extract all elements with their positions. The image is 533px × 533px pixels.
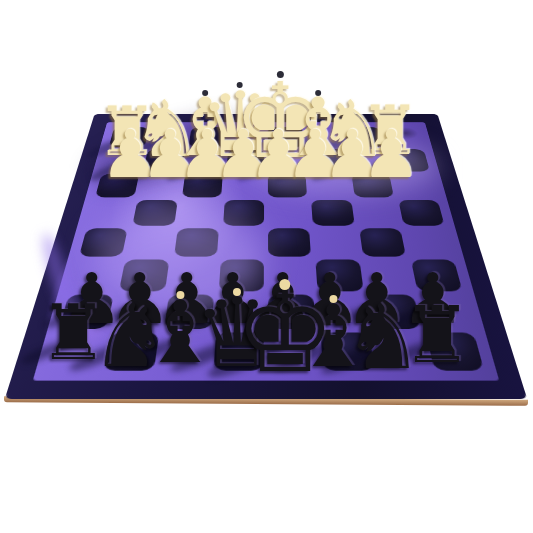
square-f5 [171,227,221,258]
square-d4 [266,198,311,227]
square-a5 [402,227,456,258]
square-g1 [147,126,190,148]
dark-square [109,127,149,147]
square-d3 [266,172,309,198]
square-f3 [179,172,224,198]
board-field [33,122,499,380]
square-g3 [136,172,183,198]
dark-square [188,127,226,147]
dark-square [223,200,264,226]
dark-square [144,149,185,171]
square-b8 [371,331,432,373]
square-g7 [109,293,167,331]
dark-square [344,127,383,147]
finial-dot [202,90,208,96]
square-g5 [124,227,176,258]
square-h2 [100,148,146,172]
square-a3 [390,172,439,198]
dark-square [268,173,307,197]
square-d6 [266,258,316,292]
square-b7 [366,293,424,331]
dark-square [219,260,264,291]
chessboard-photo: ♜♞♝♛♚♝♞♜♟♟♟♟♟♟♟♟♟♟♟♟♟♟♟♟♜♞♝♛♚♝♞♜ [0,0,533,533]
square-e5 [219,227,266,258]
dark-square [411,260,463,291]
square-g6 [117,258,172,292]
square-g8 [100,331,161,373]
chess-board [5,114,528,399]
square-c4 [309,198,356,227]
square-h8 [45,331,109,373]
square-g2 [142,148,187,172]
dark-square [133,200,178,226]
square-f7 [161,293,216,331]
square-h7 [56,293,116,331]
dark-square [103,332,159,370]
dark-square [387,149,429,171]
dark-square [164,294,214,329]
dark-square [398,200,445,226]
dark-square [79,228,128,256]
dark-square [268,127,304,147]
square-a1 [381,126,425,148]
square-b2 [346,148,391,172]
square-b4 [353,198,402,227]
square-f1 [186,126,227,148]
dark-square [182,173,223,197]
square-h4 [85,198,136,227]
dark-square [59,294,114,329]
square-b3 [349,172,396,198]
square-a7 [415,293,475,331]
square-e7 [214,293,266,331]
square-a8 [423,331,487,373]
dark-square [268,294,316,329]
square-c3 [307,172,352,198]
dark-square [426,332,484,370]
finial-dot [276,71,283,78]
square-g4 [130,198,179,227]
square-d1 [266,126,306,148]
square-f2 [183,148,226,172]
square-h1 [107,126,151,148]
square-c5 [311,227,361,258]
square-d5 [266,227,313,258]
square-f4 [176,198,223,227]
dark-square [95,173,139,197]
square-h6 [67,258,124,292]
dark-square [368,294,421,329]
square-e3 [223,172,266,198]
square-a4 [396,198,447,227]
square-h3 [93,172,142,198]
square-e8 [211,331,266,373]
square-b1 [343,126,386,148]
square-b5 [357,227,409,258]
finial-dot [315,90,321,96]
square-c1 [304,126,345,148]
square-e6 [216,258,266,292]
square-c2 [306,148,349,172]
square-d2 [266,148,307,172]
square-e1 [226,126,266,148]
dark-square [321,332,374,370]
square-b6 [361,258,416,292]
dark-square [351,173,394,197]
board-grid [45,126,487,373]
dark-square [359,228,406,256]
dark-square [308,149,347,171]
dark-square [226,149,264,171]
square-a2 [385,148,431,172]
finial-dot [237,82,243,88]
dark-square [213,332,263,370]
square-c7 [316,293,371,331]
square-f6 [166,258,218,292]
square-a6 [408,258,465,292]
dark-square [173,228,218,256]
square-h5 [76,227,130,258]
square-f8 [155,331,213,373]
dark-square [268,228,311,256]
square-e4 [221,198,266,227]
square-c6 [313,258,365,292]
square-e2 [225,148,266,172]
square-d8 [266,331,321,373]
dark-square [119,260,169,291]
square-d7 [266,293,318,331]
dark-square [311,200,354,226]
square-c8 [318,331,376,373]
dark-square [316,260,364,291]
